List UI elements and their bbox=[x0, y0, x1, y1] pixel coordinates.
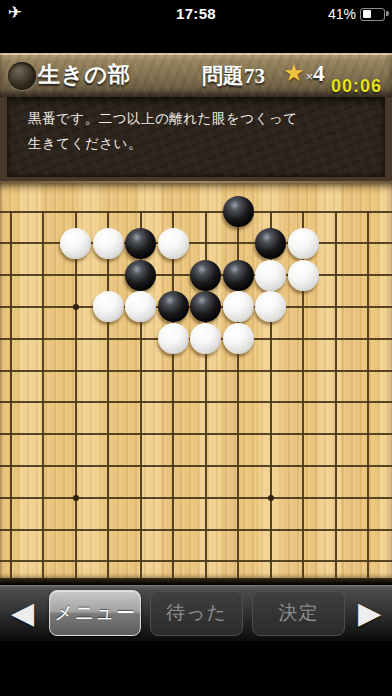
confirm-button[interactable]: 決定 bbox=[252, 590, 345, 636]
board-intersection[interactable] bbox=[124, 291, 157, 323]
white-stone bbox=[223, 291, 254, 322]
undo-button[interactable]: 待った bbox=[150, 590, 243, 636]
board-intersection[interactable] bbox=[157, 291, 190, 323]
black-stone bbox=[158, 291, 189, 322]
black-stone bbox=[125, 260, 156, 291]
instruction-line: 生きてください。 bbox=[28, 131, 375, 156]
black-stone-icon bbox=[8, 62, 36, 90]
white-stone bbox=[125, 291, 156, 322]
elapsed-timer: 00:06 bbox=[331, 76, 382, 97]
app-screen: ✈ 17:58 41% 生きの部 問題73 ★ × 4 00:06 黒番です。二… bbox=[0, 0, 392, 696]
board-intersection[interactable] bbox=[124, 259, 157, 291]
white-stone bbox=[60, 228, 91, 259]
board-bottom-shadow bbox=[0, 578, 392, 585]
board-intersection[interactable] bbox=[254, 227, 287, 259]
battery-percent: 41% bbox=[328, 6, 356, 22]
header-bar: 生きの部 問題73 ★ × 4 00:06 bbox=[0, 53, 392, 97]
next-problem-arrow[interactable]: ▶ bbox=[358, 596, 381, 630]
instruction-panel: 黒番です。二つ以上の離れた眼をつくって 生きてください。 bbox=[0, 97, 392, 183]
board-intersection[interactable] bbox=[189, 259, 222, 291]
white-stone bbox=[158, 323, 189, 354]
black-stone bbox=[190, 260, 221, 291]
battery-group: 41% bbox=[328, 6, 385, 22]
battery-fill bbox=[363, 10, 371, 18]
go-board[interactable] bbox=[0, 183, 392, 578]
board-intersection[interactable] bbox=[157, 227, 190, 259]
board-intersection[interactable] bbox=[222, 196, 255, 228]
board-intersection[interactable] bbox=[59, 227, 92, 259]
board-intersection[interactable] bbox=[157, 323, 190, 355]
instruction-line: 黒番です。二つ以上の離れた眼をつくって bbox=[28, 106, 375, 131]
instruction-panel-inner: 黒番です。二つ以上の離れた眼をつくって 生きてください。 bbox=[7, 97, 385, 177]
black-stone bbox=[223, 196, 254, 227]
board-intersection[interactable] bbox=[222, 323, 255, 355]
white-stone bbox=[190, 323, 221, 354]
black-stone bbox=[255, 228, 286, 259]
board-intersection[interactable] bbox=[254, 259, 287, 291]
menu-button[interactable]: メニュー bbox=[49, 590, 141, 636]
star-multiplier-x: × bbox=[306, 69, 314, 84]
board-intersection[interactable] bbox=[92, 227, 125, 259]
board-intersection[interactable] bbox=[287, 227, 320, 259]
difficulty-rating: ★ × 4 bbox=[283, 58, 325, 88]
white-stone bbox=[255, 260, 286, 291]
board-intersection[interactable] bbox=[189, 291, 222, 323]
star-icon: ★ bbox=[283, 58, 305, 88]
board-intersection[interactable] bbox=[222, 259, 255, 291]
star-multiplier-value: 4 bbox=[313, 61, 325, 87]
board-intersection[interactable] bbox=[92, 291, 125, 323]
prev-problem-arrow[interactable]: ◀ bbox=[11, 596, 34, 630]
white-stone bbox=[255, 291, 286, 322]
white-stone bbox=[288, 260, 319, 291]
battery-nub bbox=[386, 11, 389, 16]
black-stone bbox=[125, 228, 156, 259]
problem-number: 問題73 bbox=[202, 62, 265, 90]
board-intersection[interactable] bbox=[189, 323, 222, 355]
white-stone bbox=[93, 228, 124, 259]
board-intersection[interactable] bbox=[287, 259, 320, 291]
section-title: 生きの部 bbox=[38, 60, 131, 90]
white-stone bbox=[223, 323, 254, 354]
black-stone bbox=[223, 260, 254, 291]
battery-icon bbox=[360, 8, 385, 21]
board-intersection[interactable] bbox=[124, 227, 157, 259]
stone-grid bbox=[0, 196, 384, 578]
status-bar: ✈ 17:58 41% bbox=[0, 0, 392, 28]
board-intersection[interactable] bbox=[222, 291, 255, 323]
white-stone bbox=[93, 291, 124, 322]
bottom-toolbar: ◀ メニュー 待った 決定 ▶ bbox=[0, 585, 392, 641]
black-stone bbox=[190, 291, 221, 322]
board-intersection[interactable] bbox=[254, 291, 287, 323]
white-stone bbox=[288, 228, 319, 259]
white-stone bbox=[158, 228, 189, 259]
